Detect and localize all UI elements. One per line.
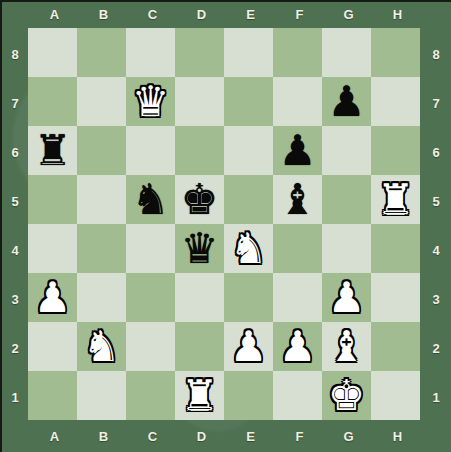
square-f2[interactable]: ♟ bbox=[273, 322, 322, 371]
square-d5[interactable]: ♚ bbox=[175, 175, 224, 224]
square-a2[interactable] bbox=[28, 322, 77, 371]
coord-label-right-6: 6 bbox=[422, 128, 450, 177]
square-g2[interactable]: ♝ bbox=[322, 322, 371, 371]
square-g5[interactable] bbox=[322, 175, 371, 224]
coord-label-top-a: A bbox=[30, 1, 79, 29]
square-d3[interactable] bbox=[175, 273, 224, 322]
square-a7[interactable] bbox=[28, 77, 77, 126]
black-pawn[interactable]: ♟ bbox=[279, 126, 317, 175]
black-queen[interactable]: ♛ bbox=[181, 224, 219, 273]
square-f3[interactable] bbox=[273, 273, 322, 322]
square-c6[interactable] bbox=[126, 126, 175, 175]
black-king[interactable]: ♚ bbox=[181, 175, 219, 224]
square-d6[interactable] bbox=[175, 126, 224, 175]
square-f4[interactable] bbox=[273, 224, 322, 273]
coord-label-right-4: 4 bbox=[422, 226, 450, 275]
square-a4[interactable] bbox=[28, 224, 77, 273]
white-knight[interactable]: ♞ bbox=[230, 224, 268, 273]
coord-label-top-d: D bbox=[177, 1, 226, 29]
coord-label-right-2: 2 bbox=[422, 324, 450, 373]
square-c1[interactable] bbox=[126, 371, 175, 420]
square-d8[interactable] bbox=[175, 28, 224, 77]
coord-label-right-3: 3 bbox=[422, 275, 450, 324]
white-queen[interactable]: ♛ bbox=[132, 77, 170, 126]
square-h3[interactable] bbox=[371, 273, 420, 322]
square-e4[interactable]: ♞ bbox=[224, 224, 273, 273]
square-g4[interactable] bbox=[322, 224, 371, 273]
square-c5[interactable]: ♞ bbox=[126, 175, 175, 224]
white-rook[interactable]: ♜ bbox=[181, 371, 219, 420]
square-c2[interactable] bbox=[126, 322, 175, 371]
square-f6[interactable]: ♟ bbox=[273, 126, 322, 175]
square-h5[interactable]: ♜ bbox=[371, 175, 420, 224]
black-bishop[interactable]: ♝ bbox=[279, 175, 317, 224]
square-h7[interactable] bbox=[371, 77, 420, 126]
square-a6[interactable]: ♜ bbox=[28, 126, 77, 175]
square-b1[interactable] bbox=[77, 371, 126, 420]
coord-label-top-g: G bbox=[324, 1, 373, 29]
square-h2[interactable] bbox=[371, 322, 420, 371]
coord-label-left-6: 6 bbox=[1, 128, 29, 177]
coord-label-bottom-g: G bbox=[324, 423, 373, 451]
white-pawn[interactable]: ♟ bbox=[279, 322, 317, 371]
square-b7[interactable] bbox=[77, 77, 126, 126]
white-knight[interactable]: ♞ bbox=[83, 322, 121, 371]
coord-label-top-c: C bbox=[128, 1, 177, 29]
square-c7[interactable]: ♛ bbox=[126, 77, 175, 126]
square-d7[interactable] bbox=[175, 77, 224, 126]
black-knight[interactable]: ♞ bbox=[132, 175, 170, 224]
coord-label-top-e: E bbox=[226, 1, 275, 29]
board: ♛♟♜♟♞♚♝♜♛♞♟♟♞♟♟♝♜♚ bbox=[28, 28, 420, 420]
square-d2[interactable] bbox=[175, 322, 224, 371]
coord-label-bottom-h: H bbox=[373, 423, 422, 451]
square-b4[interactable] bbox=[77, 224, 126, 273]
square-e6[interactable] bbox=[224, 126, 273, 175]
white-king[interactable]: ♚ bbox=[328, 371, 366, 420]
coord-label-left-5: 5 bbox=[1, 177, 29, 226]
square-b5[interactable] bbox=[77, 175, 126, 224]
coord-label-left-2: 2 bbox=[1, 324, 29, 373]
square-a1[interactable] bbox=[28, 371, 77, 420]
square-b8[interactable] bbox=[77, 28, 126, 77]
square-d1[interactable]: ♜ bbox=[175, 371, 224, 420]
square-e3[interactable] bbox=[224, 273, 273, 322]
square-g3[interactable]: ♟ bbox=[322, 273, 371, 322]
coord-label-left-4: 4 bbox=[1, 226, 29, 275]
coord-label-bottom-c: C bbox=[128, 423, 177, 451]
coord-label-right-8: 8 bbox=[422, 30, 450, 79]
coord-label-left-8: 8 bbox=[1, 30, 29, 79]
square-b6[interactable] bbox=[77, 126, 126, 175]
square-a3[interactable]: ♟ bbox=[28, 273, 77, 322]
square-c8[interactable] bbox=[126, 28, 175, 77]
square-c4[interactable] bbox=[126, 224, 175, 273]
coord-label-bottom-a: A bbox=[30, 423, 79, 451]
square-f7[interactable] bbox=[273, 77, 322, 126]
coord-label-left-1: 1 bbox=[1, 373, 29, 422]
square-d4[interactable]: ♛ bbox=[175, 224, 224, 273]
square-g7[interactable]: ♟ bbox=[322, 77, 371, 126]
square-f8[interactable] bbox=[273, 28, 322, 77]
black-rook[interactable]: ♜ bbox=[34, 126, 72, 175]
white-pawn[interactable]: ♟ bbox=[34, 273, 72, 322]
square-a5[interactable] bbox=[28, 175, 77, 224]
square-g8[interactable] bbox=[322, 28, 371, 77]
square-e8[interactable] bbox=[224, 28, 273, 77]
square-e2[interactable]: ♟ bbox=[224, 322, 273, 371]
square-c3[interactable] bbox=[126, 273, 175, 322]
square-a8[interactable] bbox=[28, 28, 77, 77]
square-h1[interactable] bbox=[371, 371, 420, 420]
square-f1[interactable] bbox=[273, 371, 322, 420]
coord-label-bottom-d: D bbox=[177, 423, 226, 451]
square-e1[interactable] bbox=[224, 371, 273, 420]
coord-label-left-7: 7 bbox=[1, 79, 29, 128]
square-e5[interactable] bbox=[224, 175, 273, 224]
black-pawn[interactable]: ♟ bbox=[328, 77, 366, 126]
coord-label-bottom-b: B bbox=[79, 423, 128, 451]
square-g1[interactable]: ♚ bbox=[322, 371, 371, 420]
white-pawn[interactable]: ♟ bbox=[328, 273, 366, 322]
coord-label-top-f: F bbox=[275, 1, 324, 29]
chess-diagram: ♛♟♜♟♞♚♝♜♛♞♟♟♞♟♟♝♜♚ AABBCCDDEEFFGGHH88776… bbox=[0, 0, 451, 452]
square-f5[interactable]: ♝ bbox=[273, 175, 322, 224]
coord-label-bottom-e: E bbox=[226, 423, 275, 451]
square-g6[interactable] bbox=[322, 126, 371, 175]
coord-label-top-b: B bbox=[79, 1, 128, 29]
square-b2[interactable]: ♞ bbox=[77, 322, 126, 371]
coord-label-right-5: 5 bbox=[422, 177, 450, 226]
square-h6[interactable] bbox=[371, 126, 420, 175]
coord-label-left-3: 3 bbox=[1, 275, 29, 324]
coord-label-bottom-f: F bbox=[275, 423, 324, 451]
coord-label-top-h: H bbox=[373, 1, 422, 29]
white-bishop[interactable]: ♝ bbox=[328, 322, 366, 371]
coord-label-right-1: 1 bbox=[422, 373, 450, 422]
square-h4[interactable] bbox=[371, 224, 420, 273]
white-pawn[interactable]: ♟ bbox=[230, 322, 268, 371]
coord-label-right-7: 7 bbox=[422, 79, 450, 128]
square-b3[interactable] bbox=[77, 273, 126, 322]
square-e7[interactable] bbox=[224, 77, 273, 126]
square-h8[interactable] bbox=[371, 28, 420, 77]
white-rook[interactable]: ♜ bbox=[377, 175, 415, 224]
